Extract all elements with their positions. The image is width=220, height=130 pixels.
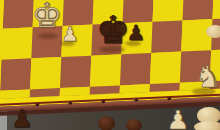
- offboard-dark-pawn[interactable]: ♟: [8, 104, 36, 130]
- black-pawn[interactable]: ♟: [124, 20, 148, 46]
- square[interactable]: [60, 56, 91, 88]
- offboard-dark-piece-top[interactable]: [98, 116, 115, 130]
- offboard-dark-piece-top[interactable]: [126, 119, 142, 130]
- square[interactable]: [151, 20, 182, 52]
- square[interactable]: [150, 52, 181, 84]
- white-pawn[interactable]: ♟: [58, 21, 82, 46]
- chess-scene: ♚ ♟ ♚ ♟ ♞ ♟ ♟: [0, 0, 220, 130]
- partial-white-piece-right-edge[interactable]: [206, 25, 220, 38]
- square[interactable]: [153, 0, 184, 22]
- square[interactable]: [90, 54, 121, 86]
- offboard-light-piece-partial[interactable]: [194, 121, 220, 130]
- white-knight[interactable]: ♞: [190, 57, 220, 95]
- offboard-light-pawn[interactable]: ♟: [163, 105, 193, 130]
- square[interactable]: [212, 0, 220, 19]
- square[interactable]: [183, 0, 214, 20]
- square[interactable]: [0, 58, 31, 90]
- square[interactable]: [30, 57, 61, 89]
- square[interactable]: [120, 53, 151, 85]
